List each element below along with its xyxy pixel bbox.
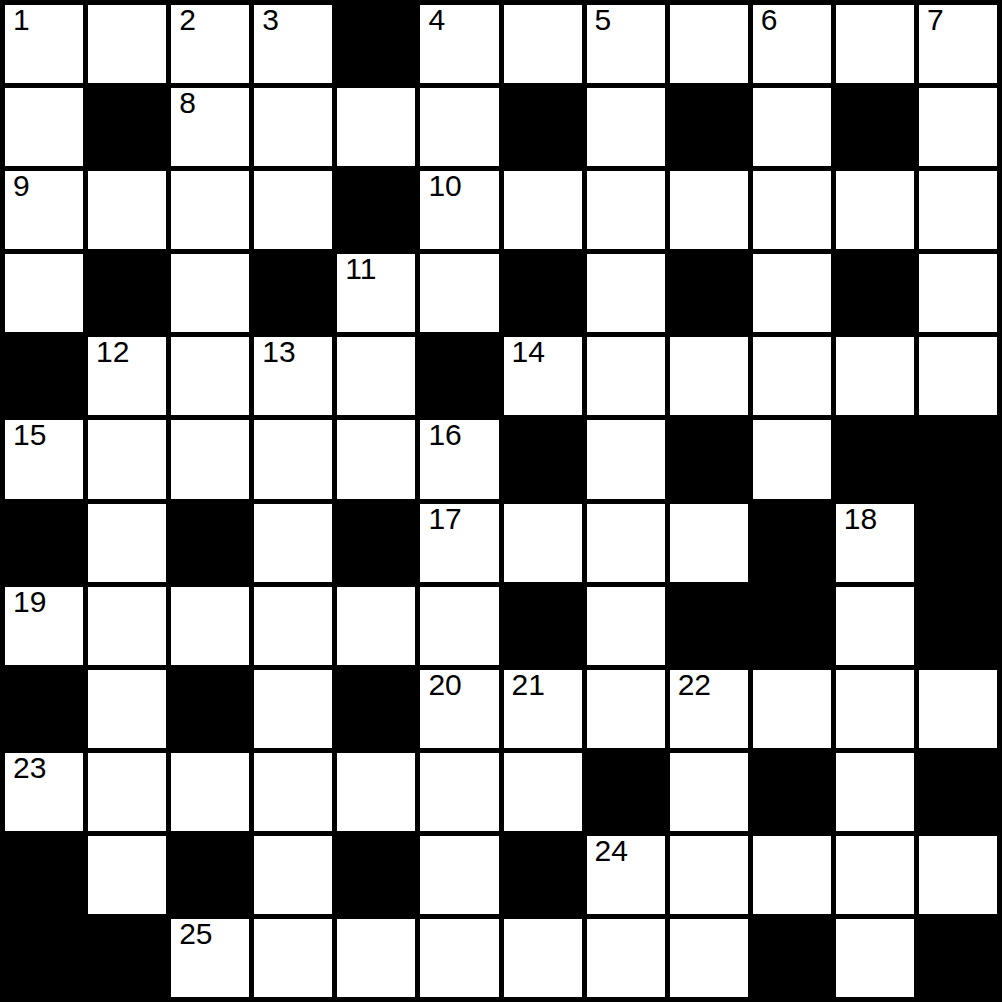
- cell[interactable]: [587, 337, 665, 415]
- cell[interactable]: [504, 753, 582, 831]
- cell[interactable]: [88, 670, 166, 748]
- clue-number: 12: [96, 337, 129, 367]
- cell[interactable]: 24: [587, 836, 665, 914]
- cell[interactable]: [504, 504, 582, 582]
- block-cell: [919, 504, 997, 582]
- cell[interactable]: [88, 5, 166, 83]
- block-cell: [587, 753, 665, 831]
- clue-number: 10: [428, 171, 461, 201]
- cell[interactable]: [171, 337, 249, 415]
- cell[interactable]: [254, 836, 332, 914]
- clue-number: 3: [262, 5, 279, 35]
- cell[interactable]: [171, 420, 249, 498]
- cell[interactable]: [420, 919, 498, 997]
- cell[interactable]: [337, 337, 415, 415]
- cell[interactable]: [171, 753, 249, 831]
- cell[interactable]: [587, 670, 665, 748]
- cell[interactable]: 4: [420, 5, 498, 83]
- clue-number: 1: [13, 5, 30, 35]
- block-cell: [836, 88, 914, 166]
- cell[interactable]: [504, 919, 582, 997]
- clue-number: 19: [13, 587, 46, 617]
- cell[interactable]: 17: [420, 504, 498, 582]
- block-cell: [88, 254, 166, 332]
- clue-number: 14: [512, 337, 545, 367]
- cell[interactable]: [254, 88, 332, 166]
- block-cell: [171, 836, 249, 914]
- cell[interactable]: [88, 504, 166, 582]
- cell[interactable]: [836, 587, 914, 665]
- cell[interactable]: [753, 254, 831, 332]
- clue-number: 7: [927, 5, 944, 35]
- cell[interactable]: [836, 919, 914, 997]
- cell[interactable]: [5, 88, 83, 166]
- cell[interactable]: [919, 171, 997, 249]
- cell[interactable]: [504, 5, 582, 83]
- block-cell: [670, 254, 748, 332]
- cell[interactable]: [753, 670, 831, 748]
- cell[interactable]: [420, 254, 498, 332]
- cell[interactable]: [836, 337, 914, 415]
- block-cell: [836, 420, 914, 498]
- block-cell: [919, 587, 997, 665]
- block-cell: [420, 337, 498, 415]
- cell[interactable]: [254, 670, 332, 748]
- block-cell: [919, 919, 997, 997]
- cell[interactable]: 21: [504, 670, 582, 748]
- clue-number: 18: [844, 504, 877, 534]
- block-cell: [337, 670, 415, 748]
- cell[interactable]: 7: [919, 5, 997, 83]
- clue-number: 11: [345, 254, 376, 284]
- cell[interactable]: 1: [5, 5, 83, 83]
- cell[interactable]: [670, 753, 748, 831]
- cell[interactable]: [753, 420, 831, 498]
- block-cell: [504, 587, 582, 665]
- cell[interactable]: 19: [5, 587, 83, 665]
- block-cell: [5, 919, 83, 997]
- clue-number: 24: [595, 836, 628, 866]
- clue-number: 13: [262, 337, 295, 367]
- block-cell: [88, 919, 166, 997]
- cell[interactable]: [420, 88, 498, 166]
- cell[interactable]: [919, 254, 997, 332]
- block-cell: [504, 420, 582, 498]
- cell[interactable]: [88, 753, 166, 831]
- cell[interactable]: [836, 836, 914, 914]
- block-cell: [753, 587, 831, 665]
- cell[interactable]: [420, 587, 498, 665]
- crossword-board: 1234567891011121314151617181920212223242…: [0, 0, 1002, 1002]
- cell[interactable]: 16: [420, 420, 498, 498]
- cell[interactable]: [670, 171, 748, 249]
- block-cell: [5, 836, 83, 914]
- cell[interactable]: [337, 919, 415, 997]
- clue-number: 4: [428, 5, 445, 35]
- cell[interactable]: [171, 587, 249, 665]
- cell[interactable]: 11: [337, 254, 415, 332]
- block-cell: [254, 254, 332, 332]
- cell[interactable]: [88, 836, 166, 914]
- block-cell: [753, 753, 831, 831]
- cell[interactable]: 12: [88, 337, 166, 415]
- cell[interactable]: [337, 88, 415, 166]
- cell[interactable]: [254, 753, 332, 831]
- cell[interactable]: [836, 753, 914, 831]
- cell[interactable]: 20: [420, 670, 498, 748]
- clue-number: 2: [179, 5, 196, 35]
- cell[interactable]: [753, 88, 831, 166]
- clue-number: 9: [13, 171, 30, 201]
- cell[interactable]: [836, 670, 914, 748]
- cell[interactable]: [254, 919, 332, 997]
- block-cell: [836, 254, 914, 332]
- cell[interactable]: [753, 337, 831, 415]
- cell[interactable]: [587, 171, 665, 249]
- clue-number: 6: [761, 5, 778, 35]
- cell[interactable]: 10: [420, 171, 498, 249]
- cell[interactable]: [587, 420, 665, 498]
- block-cell: [504, 254, 582, 332]
- cell[interactable]: 15: [5, 420, 83, 498]
- block-cell: [753, 919, 831, 997]
- block-cell: [504, 836, 582, 914]
- clue-number: 16: [428, 420, 461, 450]
- block-cell: [753, 504, 831, 582]
- clue-number: 22: [678, 670, 711, 700]
- cell[interactable]: [753, 836, 831, 914]
- block-cell: [5, 670, 83, 748]
- cell[interactable]: [88, 420, 166, 498]
- cell[interactable]: [919, 836, 997, 914]
- cell[interactable]: [337, 420, 415, 498]
- cell[interactable]: [254, 171, 332, 249]
- cell[interactable]: 13: [254, 337, 332, 415]
- block-cell: [337, 171, 415, 249]
- cell[interactable]: [919, 670, 997, 748]
- block-cell: [337, 836, 415, 914]
- cell[interactable]: [670, 337, 748, 415]
- cell[interactable]: 25: [171, 919, 249, 997]
- cell[interactable]: [587, 254, 665, 332]
- cell[interactable]: [171, 254, 249, 332]
- clue-number: 20: [428, 670, 461, 700]
- clue-number: 17: [428, 504, 461, 534]
- cell[interactable]: [670, 836, 748, 914]
- cell[interactable]: [753, 171, 831, 249]
- block-cell: [919, 420, 997, 498]
- cell[interactable]: [337, 753, 415, 831]
- cell[interactable]: [836, 171, 914, 249]
- cell[interactable]: [670, 919, 748, 997]
- cell[interactable]: [670, 504, 748, 582]
- cell[interactable]: [919, 88, 997, 166]
- cell[interactable]: [836, 5, 914, 83]
- cell[interactable]: 8: [171, 88, 249, 166]
- cell[interactable]: 22: [670, 670, 748, 748]
- clue-number: 21: [512, 670, 545, 700]
- cell[interactable]: [587, 504, 665, 582]
- clue-number: 23: [13, 753, 46, 783]
- block-cell: [171, 670, 249, 748]
- cell[interactable]: 9: [5, 171, 83, 249]
- cell[interactable]: [504, 171, 582, 249]
- cell[interactable]: [254, 420, 332, 498]
- block-cell: [337, 5, 415, 83]
- cell[interactable]: 23: [5, 753, 83, 831]
- cell[interactable]: [587, 587, 665, 665]
- cell[interactable]: 6: [753, 5, 831, 83]
- cell[interactable]: [919, 337, 997, 415]
- block-cell: [919, 753, 997, 831]
- block-cell: [5, 337, 83, 415]
- block-cell: [5, 504, 83, 582]
- block-cell: [670, 587, 748, 665]
- cell[interactable]: 5: [587, 5, 665, 83]
- clue-number: 25: [179, 919, 212, 949]
- clue-number: 15: [13, 420, 46, 450]
- cell[interactable]: 14: [504, 337, 582, 415]
- cell[interactable]: [254, 587, 332, 665]
- cell[interactable]: [88, 587, 166, 665]
- cell[interactable]: [254, 504, 332, 582]
- cell[interactable]: [587, 88, 665, 166]
- block-cell: [670, 88, 748, 166]
- cell[interactable]: 2: [171, 5, 249, 83]
- cell[interactable]: [5, 254, 83, 332]
- cell[interactable]: [171, 171, 249, 249]
- cell[interactable]: [420, 836, 498, 914]
- cell[interactable]: [670, 5, 748, 83]
- cell[interactable]: [337, 587, 415, 665]
- block-cell: [171, 504, 249, 582]
- block-cell: [670, 420, 748, 498]
- cell[interactable]: 18: [836, 504, 914, 582]
- cell[interactable]: 3: [254, 5, 332, 83]
- block-cell: [337, 504, 415, 582]
- block-cell: [504, 88, 582, 166]
- cell[interactable]: [88, 171, 166, 249]
- clue-number: 5: [595, 5, 612, 35]
- block-cell: [88, 88, 166, 166]
- cell[interactable]: [587, 919, 665, 997]
- cell[interactable]: [420, 753, 498, 831]
- clue-number: 8: [179, 88, 196, 118]
